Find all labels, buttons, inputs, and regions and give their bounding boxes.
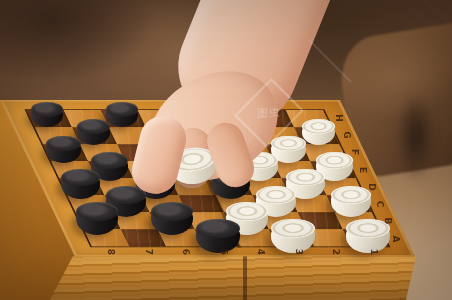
white-checker[interactable] <box>271 219 315 253</box>
black-checker[interactable] <box>151 202 193 235</box>
checker-top <box>91 152 128 169</box>
right-edge-label-D: D <box>367 183 377 190</box>
checker-top <box>77 119 110 134</box>
checker-top <box>286 169 325 186</box>
front-edge-label-1: 1 <box>369 249 379 255</box>
black-checker[interactable] <box>196 219 240 253</box>
white-checker[interactable] <box>331 186 371 217</box>
black-checker[interactable] <box>77 119 110 145</box>
right-edge-label-F: F <box>350 149 360 155</box>
right-edge-label-G: G <box>342 131 352 138</box>
right-edge-label-A: A <box>391 235 401 242</box>
front-edge-label-2: 2 <box>331 249 341 255</box>
right-edge-label-H: H <box>334 114 344 122</box>
scene: 图虫 87654321ABCDEFGH <box>0 0 452 300</box>
checker-top <box>61 169 100 186</box>
front-edge-label-6: 6 <box>181 249 191 255</box>
black-checker[interactable] <box>106 102 138 127</box>
black-checker[interactable] <box>46 136 81 163</box>
right-edge-label-E: E <box>358 166 368 172</box>
checker-top <box>316 152 353 169</box>
checker-top <box>302 119 335 134</box>
right-edge-label-B: B <box>383 218 393 225</box>
black-checker[interactable] <box>76 202 118 235</box>
checker-top <box>106 102 138 117</box>
checker-top <box>151 202 193 221</box>
front-edge-label-4: 4 <box>256 249 266 255</box>
black-checker[interactable] <box>61 169 100 199</box>
front-edge-label-3: 3 <box>294 249 304 255</box>
front-edge-label-5: 5 <box>219 249 229 255</box>
white-checker[interactable] <box>302 119 335 145</box>
front-edge-label-7: 7 <box>144 249 154 255</box>
black-checker[interactable] <box>31 102 63 127</box>
checker-top <box>31 102 63 117</box>
front-edge-label-8: 8 <box>106 249 116 255</box>
checker-top <box>331 186 371 204</box>
checker-top <box>76 202 118 221</box>
right-edge-label-C: C <box>375 201 385 208</box>
checker-top <box>271 219 315 239</box>
checker-top <box>196 219 240 239</box>
